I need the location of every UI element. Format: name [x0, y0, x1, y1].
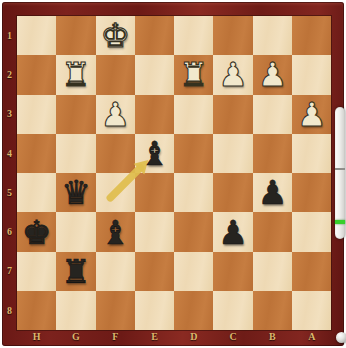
square-g1[interactable]: [56, 16, 95, 55]
square-h8[interactable]: [17, 291, 56, 330]
square-f2[interactable]: [96, 55, 135, 94]
square-d4[interactable]: [174, 134, 213, 173]
square-c3[interactable]: [213, 95, 252, 134]
rank-label-8: 8: [3, 305, 16, 316]
white-pawn-b2[interactable]: ♟: [253, 55, 292, 94]
square-e7[interactable]: [135, 252, 174, 291]
square-d7[interactable]: [174, 252, 213, 291]
square-h7[interactable]: [17, 252, 56, 291]
game-progress-slider[interactable]: [335, 107, 345, 239]
square-a5[interactable]: [292, 173, 331, 212]
square-c7[interactable]: [213, 252, 252, 291]
square-c8[interactable]: [213, 291, 252, 330]
black-pawn-b5[interactable]: ♟: [253, 173, 292, 212]
white-king-f1[interactable]: ♚: [96, 16, 135, 55]
square-b3[interactable]: [253, 95, 292, 134]
square-b1[interactable]: [253, 16, 292, 55]
square-e6[interactable]: [135, 212, 174, 251]
square-c4[interactable]: [213, 134, 252, 173]
square-d1[interactable]: [174, 16, 213, 55]
square-f4[interactable]: [96, 134, 135, 173]
black-king-h6[interactable]: ♚: [17, 213, 56, 252]
square-d3[interactable]: [174, 95, 213, 134]
square-e3[interactable]: [135, 95, 174, 134]
corner-knob-button[interactable]: [336, 332, 346, 343]
square-c1[interactable]: [213, 16, 252, 55]
white-rook-g2[interactable]: ♜: [56, 55, 95, 94]
file-label-g: G: [68, 331, 84, 342]
black-bishop-f6[interactable]: ♝: [96, 213, 135, 252]
board-frame: 12345678 HGFEDCBA ♚♜♜♟♟♟♟♝♛♟♚♝♟♜: [2, 2, 344, 346]
file-label-e: E: [147, 331, 163, 342]
square-g4[interactable]: [56, 134, 95, 173]
square-a7[interactable]: [292, 252, 331, 291]
white-pawn-c2[interactable]: ♟: [214, 55, 253, 94]
rank-label-7: 7: [3, 265, 16, 276]
square-f5[interactable]: [96, 173, 135, 212]
square-h1[interactable]: [17, 16, 56, 55]
square-g3[interactable]: [56, 95, 95, 134]
black-bishop-e4[interactable]: ♝: [135, 134, 174, 173]
black-pawn-c6[interactable]: ♟: [214, 213, 253, 252]
square-h4[interactable]: [17, 134, 56, 173]
slider-divider: [335, 168, 345, 170]
square-g6[interactable]: [56, 212, 95, 251]
rank-label-1: 1: [3, 30, 16, 41]
square-h3[interactable]: [17, 95, 56, 134]
rank-label-5: 5: [3, 187, 16, 198]
square-b8[interactable]: [253, 291, 292, 330]
square-e5[interactable]: [135, 173, 174, 212]
file-label-a: A: [304, 331, 320, 342]
black-queen-g5[interactable]: ♛: [56, 173, 95, 212]
slider-green-marker[interactable]: [335, 220, 345, 224]
square-c5[interactable]: [213, 173, 252, 212]
square-a6[interactable]: [292, 212, 331, 251]
file-label-d: D: [186, 331, 202, 342]
rank-label-4: 4: [3, 148, 16, 159]
file-label-b: B: [264, 331, 280, 342]
square-d6[interactable]: [174, 212, 213, 251]
square-e2[interactable]: [135, 55, 174, 94]
square-d8[interactable]: [174, 291, 213, 330]
file-label-c: C: [225, 331, 241, 342]
rank-label-6: 6: [3, 226, 16, 237]
white-rook-d2[interactable]: ♜: [174, 55, 213, 94]
square-d5[interactable]: [174, 173, 213, 212]
square-g8[interactable]: [56, 291, 95, 330]
file-label-h: H: [29, 331, 45, 342]
white-pawn-f3[interactable]: ♟: [96, 95, 135, 134]
square-f8[interactable]: [96, 291, 135, 330]
square-b6[interactable]: [253, 212, 292, 251]
white-pawn-a3[interactable]: ♟: [292, 95, 331, 134]
square-a8[interactable]: [292, 291, 331, 330]
square-f7[interactable]: [96, 252, 135, 291]
rank-label-2: 2: [3, 69, 16, 80]
square-a4[interactable]: [292, 134, 331, 173]
black-rook-g7[interactable]: ♜: [56, 252, 95, 291]
square-e1[interactable]: [135, 16, 174, 55]
square-h2[interactable]: [17, 55, 56, 94]
square-a2[interactable]: [292, 55, 331, 94]
rank-label-3: 3: [3, 108, 16, 119]
chess-app-window: 12345678 HGFEDCBA ♚♜♜♟♟♟♟♝♛♟♚♝♟♜: [0, 0, 346, 348]
square-b4[interactable]: [253, 134, 292, 173]
square-a1[interactable]: [292, 16, 331, 55]
square-h5[interactable]: [17, 173, 56, 212]
square-e8[interactable]: [135, 291, 174, 330]
square-b7[interactable]: [253, 252, 292, 291]
file-label-f: F: [107, 331, 123, 342]
